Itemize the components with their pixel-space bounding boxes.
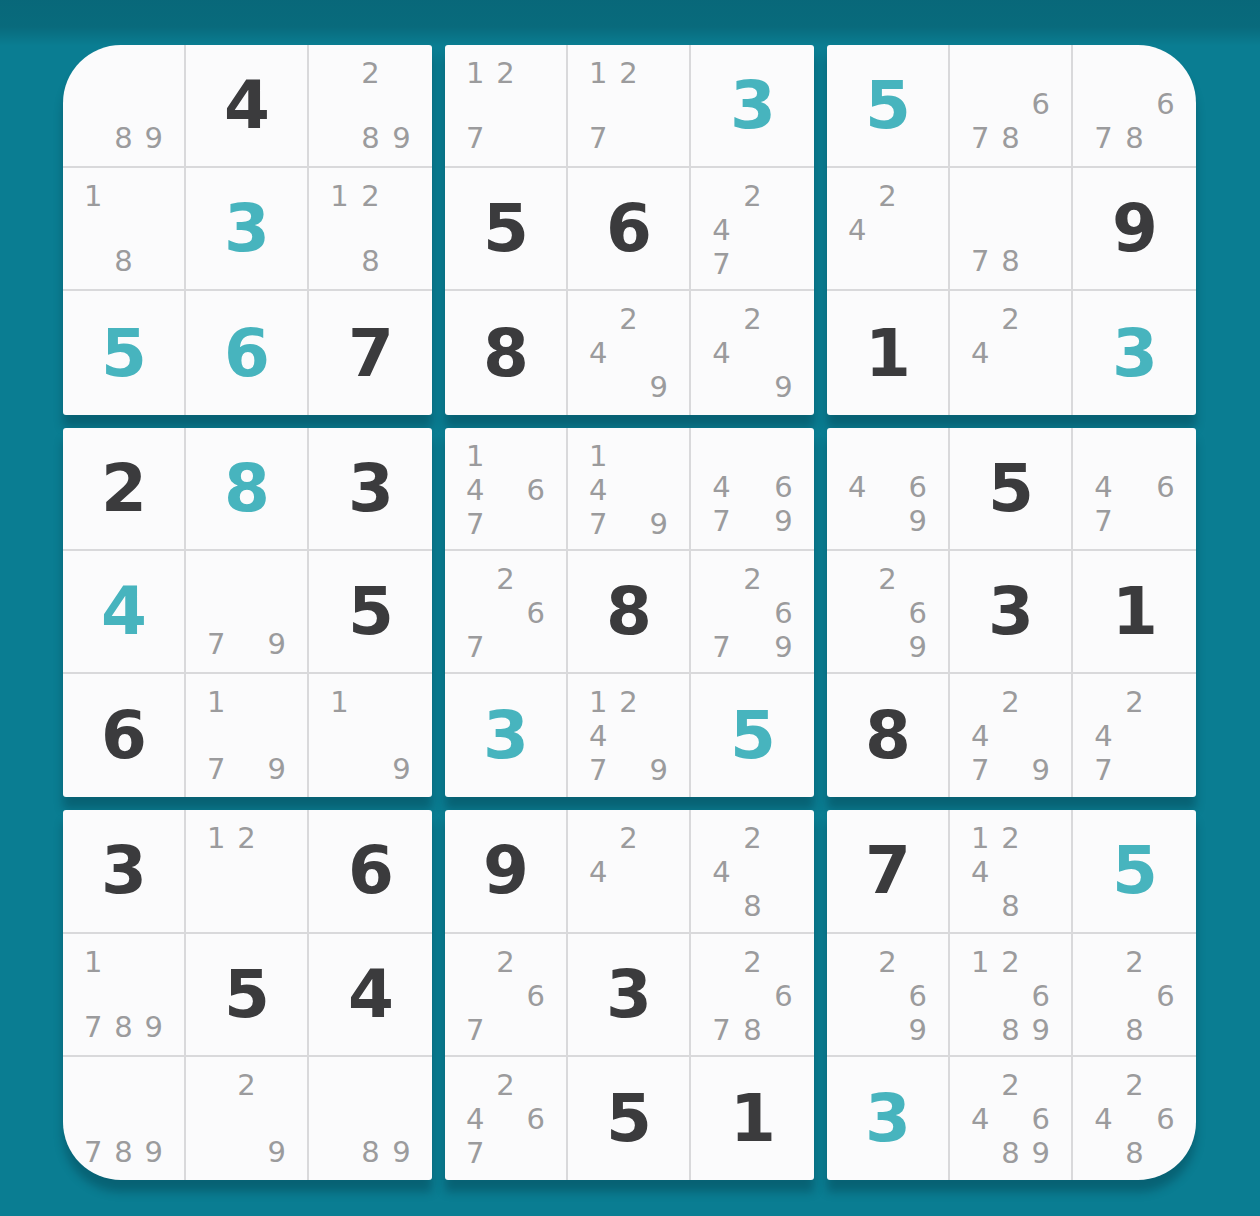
cell-r1c3[interactable]: 289 (309, 45, 432, 168)
cell-r4c9[interactable]: 467 (1073, 428, 1196, 551)
cell-r7c1[interactable]: 3 (63, 810, 186, 933)
pencil-mark-2: 2 (995, 821, 1025, 855)
pencil-mark-4: 4 (706, 336, 737, 370)
box-8: 92424826732678246751 (445, 810, 814, 1180)
cell-r6c1[interactable]: 6 (63, 674, 186, 797)
cell-r9c8[interactable]: 24689 (950, 1057, 1073, 1180)
pencil-mark-6: 6 (1026, 979, 1056, 1013)
pencil-mark-2: 2 (613, 302, 643, 336)
pencil-mark-2: 2 (355, 56, 386, 90)
pencil-marks: 247 (1088, 685, 1181, 786)
pencil-marks: 1479 (583, 439, 674, 538)
cell-r2c7[interactable]: 24 (827, 168, 950, 291)
given-digit: 9 (445, 810, 566, 931)
pencil-marks: 89 (78, 56, 169, 155)
pencil-mark-9: 9 (1026, 753, 1056, 787)
pencil-mark-7: 7 (460, 630, 490, 664)
pencil-marks: 89 (324, 1068, 417, 1169)
pencil-mark-9: 9 (644, 753, 674, 787)
cell-r8c3[interactable]: 4 (309, 934, 432, 1057)
user-digit: 3 (1073, 291, 1196, 414)
given-digit: 6 (309, 810, 432, 931)
pencil-marks: 12479 (583, 685, 674, 786)
pencil-mark-1: 1 (965, 945, 995, 979)
pencil-mark-4: 4 (1088, 719, 1119, 753)
sudoku-board: 894289183128567 1271273562478249249 5678… (63, 45, 1196, 1180)
pencil-mark-7: 7 (965, 753, 995, 787)
user-digit: 4 (63, 551, 184, 672)
pencil-mark-8: 8 (737, 1013, 768, 1047)
pencil-marks: 678 (1088, 56, 1181, 155)
cell-r6c3[interactable]: 19 (309, 674, 432, 797)
pencil-marks: 1789 (78, 945, 169, 1044)
pencil-mark-8: 8 (355, 121, 386, 155)
given-digit: 5 (568, 1057, 689, 1180)
cell-r8c7[interactable]: 269 (827, 934, 950, 1057)
pencil-mark-1: 1 (460, 56, 490, 90)
box-4: 2834795617919 (63, 428, 432, 798)
pencil-mark-4: 4 (1088, 1102, 1119, 1136)
given-digit: 7 (309, 291, 432, 414)
pencil-mark-9: 9 (386, 121, 417, 155)
cell-r2c6[interactable]: 247 (691, 168, 814, 291)
user-digit: 5 (691, 674, 814, 797)
cell-r5c5[interactable]: 8 (568, 551, 691, 674)
pencil-mark-2: 2 (490, 56, 520, 90)
cell-r7c3[interactable]: 6 (309, 810, 432, 933)
box-7: 31261789547892989 (63, 810, 432, 1180)
pencil-mark-9: 9 (644, 370, 674, 404)
cell-r6c6[interactable]: 5 (691, 674, 814, 797)
pencil-mark-1: 1 (201, 685, 231, 719)
cell-r7c7[interactable]: 7 (827, 810, 950, 933)
cell-r6c8[interactable]: 2479 (950, 674, 1073, 797)
box-1: 894289183128567 (63, 45, 432, 415)
cell-r7c8[interactable]: 1248 (950, 810, 1073, 933)
pencil-marks: 2467 (460, 1068, 551, 1169)
pencil-mark-6: 6 (1150, 979, 1181, 1013)
cell-r2c2[interactable]: 3 (186, 168, 309, 291)
pencil-mark-8: 8 (355, 1135, 386, 1169)
cell-r9c1[interactable]: 789 (63, 1057, 186, 1180)
pencil-marks: 467 (1088, 439, 1181, 538)
cell-r9c9[interactable]: 2468 (1073, 1057, 1196, 1180)
user-digit: 5 (1073, 810, 1196, 931)
given-digit: 9 (1073, 168, 1196, 289)
pencil-mark-2: 2 (490, 945, 520, 979)
pencil-mark-6: 6 (768, 470, 799, 504)
cell-r3c9[interactable]: 3 (1073, 291, 1196, 414)
pencil-marks: 2468 (1088, 1068, 1181, 1169)
pencil-mark-2: 2 (613, 56, 643, 90)
pencil-mark-2: 2 (995, 302, 1025, 336)
pencil-marks: 289 (324, 56, 417, 155)
pencil-mark-6: 6 (521, 979, 551, 1013)
pencil-mark-8: 8 (1119, 121, 1150, 155)
pencil-marks: 249 (706, 302, 799, 403)
cell-r5c1[interactable]: 4 (63, 551, 186, 674)
pencil-mark-6: 6 (768, 979, 799, 1013)
pencil-marks: 179 (201, 685, 292, 786)
pencil-mark-6: 6 (903, 979, 933, 1013)
given-digit: 5 (309, 551, 432, 672)
pencil-mark-2: 2 (737, 945, 768, 979)
cell-r4c6[interactable]: 4679 (691, 428, 814, 551)
pencil-mark-2: 2 (737, 562, 768, 596)
pencil-mark-8: 8 (995, 244, 1025, 278)
cell-r1c1[interactable]: 89 (63, 45, 186, 168)
cell-r6c9[interactable]: 247 (1073, 674, 1196, 797)
pencil-mark-4: 4 (583, 719, 613, 753)
pencil-mark-4: 4 (965, 1102, 995, 1136)
pencil-mark-4: 4 (1088, 470, 1119, 504)
cell-r7c4[interactable]: 9 (445, 810, 568, 933)
pencil-mark-4: 4 (583, 855, 613, 889)
cell-r8c9[interactable]: 268 (1073, 934, 1196, 1057)
cell-r1c9[interactable]: 678 (1073, 45, 1196, 168)
cell-r2c5[interactable]: 6 (568, 168, 691, 291)
pencil-mark-8: 8 (995, 1013, 1025, 1047)
pencil-mark-9: 9 (139, 1010, 169, 1044)
pencil-mark-7: 7 (965, 244, 995, 278)
box-2: 1271273562478249249 (445, 45, 814, 415)
pencil-mark-9: 9 (1026, 1136, 1056, 1170)
given-digit: 6 (568, 168, 689, 289)
pencil-mark-9: 9 (262, 627, 292, 661)
cell-r3c3[interactable]: 7 (309, 291, 432, 414)
pencil-mark-6: 6 (521, 473, 551, 507)
pencil-mark-9: 9 (139, 1135, 169, 1169)
pencil-mark-2: 2 (995, 685, 1025, 719)
cell-r9c6[interactable]: 1 (691, 1057, 814, 1180)
user-digit: 3 (827, 1057, 948, 1180)
given-digit: 7 (827, 810, 948, 931)
cell-r2c1[interactable]: 18 (63, 168, 186, 291)
given-digit: 3 (950, 551, 1071, 672)
cell-r3c2[interactable]: 6 (186, 291, 309, 414)
user-digit: 5 (827, 45, 948, 166)
cell-r4c4[interactable]: 1467 (445, 428, 568, 551)
cell-r3c7[interactable]: 1 (827, 291, 950, 414)
pencil-marks: 268 (1088, 945, 1181, 1044)
cell-r5c8[interactable]: 3 (950, 551, 1073, 674)
given-digit: 5 (445, 168, 566, 289)
given-digit: 6 (63, 674, 184, 797)
pencil-marks: 2679 (706, 562, 799, 661)
pencil-marks: 12689 (965, 945, 1056, 1044)
pencil-mark-8: 8 (995, 1136, 1025, 1170)
cell-r7c9[interactable]: 5 (1073, 810, 1196, 933)
pencil-marks: 2479 (965, 685, 1056, 786)
cell-r4c7[interactable]: 469 (827, 428, 950, 551)
cell-r2c8[interactable]: 78 (950, 168, 1073, 291)
cell-r4c2[interactable]: 8 (186, 428, 309, 551)
cell-r4c1[interactable]: 2 (63, 428, 186, 551)
given-digit: 3 (309, 428, 432, 549)
pencil-mark-7: 7 (706, 247, 737, 281)
cell-r9c3[interactable]: 89 (309, 1057, 432, 1180)
pencil-marks: 4679 (706, 439, 799, 538)
cell-r6c2[interactable]: 179 (186, 674, 309, 797)
cell-r9c7[interactable]: 3 (827, 1057, 950, 1180)
pencil-mark-6: 6 (521, 596, 551, 630)
pencil-marks: 24 (583, 821, 674, 920)
cell-r8c8[interactable]: 12689 (950, 934, 1073, 1057)
pencil-mark-2: 2 (613, 821, 643, 855)
cell-r8c2[interactable]: 5 (186, 934, 309, 1057)
pencil-mark-6: 6 (903, 596, 933, 630)
given-digit: 8 (568, 551, 689, 672)
given-digit: 8 (445, 291, 566, 414)
pencil-mark-2: 2 (737, 821, 768, 855)
pencil-mark-9: 9 (386, 752, 417, 786)
pencil-mark-8: 8 (355, 244, 386, 278)
pencil-mark-6: 6 (1150, 470, 1181, 504)
pencil-mark-4: 4 (706, 470, 737, 504)
cell-r7c5[interactable]: 24 (568, 810, 691, 933)
pencil-mark-2: 2 (872, 945, 902, 979)
cell-r7c2[interactable]: 12 (186, 810, 309, 933)
pencil-mark-1: 1 (78, 179, 108, 213)
pencil-mark-9: 9 (1026, 1013, 1056, 1047)
pencil-mark-4: 4 (583, 336, 613, 370)
cell-r9c5[interactable]: 5 (568, 1057, 691, 1180)
pencil-mark-7: 7 (78, 1010, 108, 1044)
given-digit: 4 (309, 934, 432, 1055)
pencil-mark-9: 9 (386, 1135, 417, 1169)
user-digit: 3 (445, 674, 566, 797)
cell-r3c5[interactable]: 249 (568, 291, 691, 414)
pencil-marks: 29 (201, 1068, 292, 1169)
pencil-mark-1: 1 (583, 439, 613, 473)
pencil-mark-2: 2 (231, 821, 261, 855)
pencil-marks: 269 (842, 562, 933, 661)
cell-r3c8[interactable]: 24 (950, 291, 1073, 414)
pencil-marks: 269 (842, 945, 933, 1044)
pencil-marks: 248 (706, 821, 799, 920)
cell-r5c7[interactable]: 269 (827, 551, 950, 674)
pencil-marks: 127 (583, 56, 674, 155)
cell-r5c3[interactable]: 5 (309, 551, 432, 674)
cell-r3c1[interactable]: 5 (63, 291, 186, 414)
given-digit: 1 (1073, 551, 1196, 672)
pencil-marks: 469 (842, 439, 933, 538)
given-digit: 5 (950, 428, 1071, 549)
pencil-mark-4: 4 (583, 473, 613, 507)
cell-r1c5[interactable]: 127 (568, 45, 691, 168)
pencil-mark-9: 9 (262, 1135, 292, 1169)
pencil-mark-8: 8 (108, 244, 138, 278)
given-digit: 4 (186, 45, 307, 166)
pencil-mark-2: 2 (872, 562, 902, 596)
cell-r6c4[interactable]: 3 (445, 674, 568, 797)
pencil-mark-7: 7 (460, 121, 490, 155)
cell-r7c6[interactable]: 248 (691, 810, 814, 933)
pencil-mark-2: 2 (613, 685, 643, 719)
pencil-marks: 19 (324, 685, 417, 786)
pencil-mark-4: 4 (965, 719, 995, 753)
pencil-mark-8: 8 (1119, 1136, 1150, 1170)
pencil-mark-1: 1 (78, 945, 108, 979)
pencil-mark-4: 4 (706, 855, 737, 889)
box-6: 46954672693182479247 (827, 428, 1196, 798)
pencil-mark-7: 7 (1088, 121, 1119, 155)
pencil-mark-7: 7 (1088, 753, 1119, 787)
pencil-mark-9: 9 (139, 121, 169, 155)
pencil-mark-7: 7 (460, 507, 490, 541)
cell-r9c4[interactable]: 2467 (445, 1057, 568, 1180)
pencil-marks: 2678 (706, 945, 799, 1044)
cell-r8c5[interactable]: 3 (568, 934, 691, 1057)
pencil-mark-2: 2 (872, 179, 902, 213)
user-digit: 3 (691, 45, 814, 166)
pencil-marks: 128 (324, 179, 417, 278)
pencil-mark-6: 6 (521, 1102, 551, 1136)
cell-r4c3[interactable]: 3 (309, 428, 432, 551)
pencil-mark-7: 7 (201, 627, 231, 661)
cell-r8c6[interactable]: 2678 (691, 934, 814, 1057)
pencil-marks: 249 (583, 302, 674, 403)
pencil-mark-8: 8 (108, 1010, 138, 1044)
pencil-mark-2: 2 (995, 1068, 1025, 1102)
pencil-mark-7: 7 (460, 1013, 490, 1047)
cell-r2c9[interactable]: 9 (1073, 168, 1196, 291)
pencil-mark-2: 2 (355, 179, 386, 213)
cell-r4c5[interactable]: 1479 (568, 428, 691, 551)
pencil-mark-9: 9 (903, 1013, 933, 1047)
pencil-marks: 24 (842, 179, 933, 278)
pencil-marks: 24 (965, 302, 1056, 403)
pencil-marks: 18 (78, 179, 169, 278)
pencil-mark-7: 7 (78, 1135, 108, 1169)
pencil-mark-1: 1 (583, 685, 613, 719)
cell-r8c4[interactable]: 267 (445, 934, 568, 1057)
cell-r6c5[interactable]: 12479 (568, 674, 691, 797)
pencil-marks: 1248 (965, 821, 1056, 920)
pencil-marks: 78 (965, 179, 1056, 278)
pencil-mark-8: 8 (1119, 1013, 1150, 1047)
pencil-mark-7: 7 (965, 121, 995, 155)
pencil-mark-7: 7 (706, 504, 737, 538)
pencil-mark-1: 1 (324, 685, 355, 719)
pencil-mark-4: 4 (965, 336, 995, 370)
pencil-mark-6: 6 (1026, 1102, 1056, 1136)
given-digit: 1 (691, 1057, 814, 1180)
cell-r5c4[interactable]: 267 (445, 551, 568, 674)
cell-r6c7[interactable]: 8 (827, 674, 950, 797)
pencil-mark-9: 9 (768, 370, 799, 404)
cell-r5c2[interactable]: 79 (186, 551, 309, 674)
pencil-marks: 789 (78, 1068, 169, 1169)
pencil-marks: 678 (965, 56, 1056, 155)
pencil-mark-7: 7 (583, 507, 613, 541)
pencil-mark-2: 2 (995, 945, 1025, 979)
pencil-mark-2: 2 (737, 302, 768, 336)
pencil-marks: 1467 (460, 439, 551, 538)
pencil-mark-1: 1 (324, 179, 355, 213)
cell-r3c6[interactable]: 249 (691, 291, 814, 414)
pencil-mark-2: 2 (490, 562, 520, 596)
pencil-mark-4: 4 (842, 470, 872, 504)
user-digit: 3 (186, 168, 307, 289)
given-digit: 3 (63, 810, 184, 931)
pencil-mark-8: 8 (108, 121, 138, 155)
pencil-mark-2: 2 (1119, 1068, 1150, 1102)
cell-r1c7[interactable]: 5 (827, 45, 950, 168)
cell-r3c4[interactable]: 8 (445, 291, 568, 414)
cell-r2c3[interactable]: 128 (309, 168, 432, 291)
box-9: 712485269126892683246892468 (827, 810, 1196, 1180)
pencil-mark-1: 1 (583, 56, 613, 90)
pencil-mark-2: 2 (1119, 685, 1150, 719)
box-5: 146714794679267826793124795 (445, 428, 814, 798)
pencil-mark-7: 7 (460, 1136, 490, 1170)
pencil-mark-6: 6 (1150, 87, 1181, 121)
pencil-mark-6: 6 (768, 596, 799, 630)
pencil-mark-7: 7 (706, 1013, 737, 1047)
pencil-mark-4: 4 (706, 213, 737, 247)
pencil-mark-9: 9 (768, 504, 799, 538)
cell-r1c6[interactable]: 3 (691, 45, 814, 168)
cell-r8c1[interactable]: 1789 (63, 934, 186, 1057)
pencil-mark-1: 1 (201, 821, 231, 855)
given-digit: 2 (63, 428, 184, 549)
cell-r1c2[interactable]: 4 (186, 45, 309, 168)
given-digit: 3 (568, 934, 689, 1055)
cell-r2c4[interactable]: 5 (445, 168, 568, 291)
pencil-mark-2: 2 (490, 1068, 520, 1102)
pencil-marks: 79 (201, 562, 292, 661)
pencil-mark-6: 6 (1026, 87, 1056, 121)
pencil-mark-4: 4 (842, 213, 872, 247)
cell-r9c2[interactable]: 29 (186, 1057, 309, 1180)
top-shadow-band (0, 0, 1260, 46)
cell-r4c8[interactable]: 5 (950, 428, 1073, 551)
pencil-mark-2: 2 (737, 179, 768, 213)
cell-r1c8[interactable]: 678 (950, 45, 1073, 168)
pencil-marks: 267 (460, 562, 551, 661)
pencil-mark-7: 7 (583, 121, 613, 155)
cell-r5c6[interactable]: 2679 (691, 551, 814, 674)
pencil-marks: 247 (706, 179, 799, 278)
pencil-mark-7: 7 (706, 630, 737, 664)
cell-r5c9[interactable]: 1 (1073, 551, 1196, 674)
pencil-mark-4: 4 (460, 473, 490, 507)
pencil-mark-9: 9 (903, 504, 933, 538)
user-digit: 6 (186, 291, 307, 414)
pencil-mark-6: 6 (903, 470, 933, 504)
pencil-mark-1: 1 (965, 821, 995, 855)
pencil-mark-8: 8 (995, 889, 1025, 923)
box-3: 5678678247891243 (827, 45, 1196, 415)
pencil-mark-2: 2 (1119, 945, 1150, 979)
given-digit: 8 (827, 674, 948, 797)
pencil-mark-4: 4 (965, 855, 995, 889)
pencil-mark-8: 8 (995, 121, 1025, 155)
pencil-mark-9: 9 (262, 752, 292, 786)
pencil-mark-4: 4 (460, 1102, 490, 1136)
pencil-mark-7: 7 (583, 753, 613, 787)
pencil-marks: 267 (460, 945, 551, 1044)
pencil-mark-8: 8 (737, 889, 768, 923)
cell-r1c4[interactable]: 127 (445, 45, 568, 168)
pencil-mark-8: 8 (108, 1135, 138, 1169)
given-digit: 1 (827, 291, 948, 414)
pencil-marks: 12 (201, 821, 292, 920)
pencil-mark-2: 2 (231, 1068, 261, 1102)
pencil-mark-9: 9 (644, 507, 674, 541)
pencil-mark-9: 9 (768, 630, 799, 664)
